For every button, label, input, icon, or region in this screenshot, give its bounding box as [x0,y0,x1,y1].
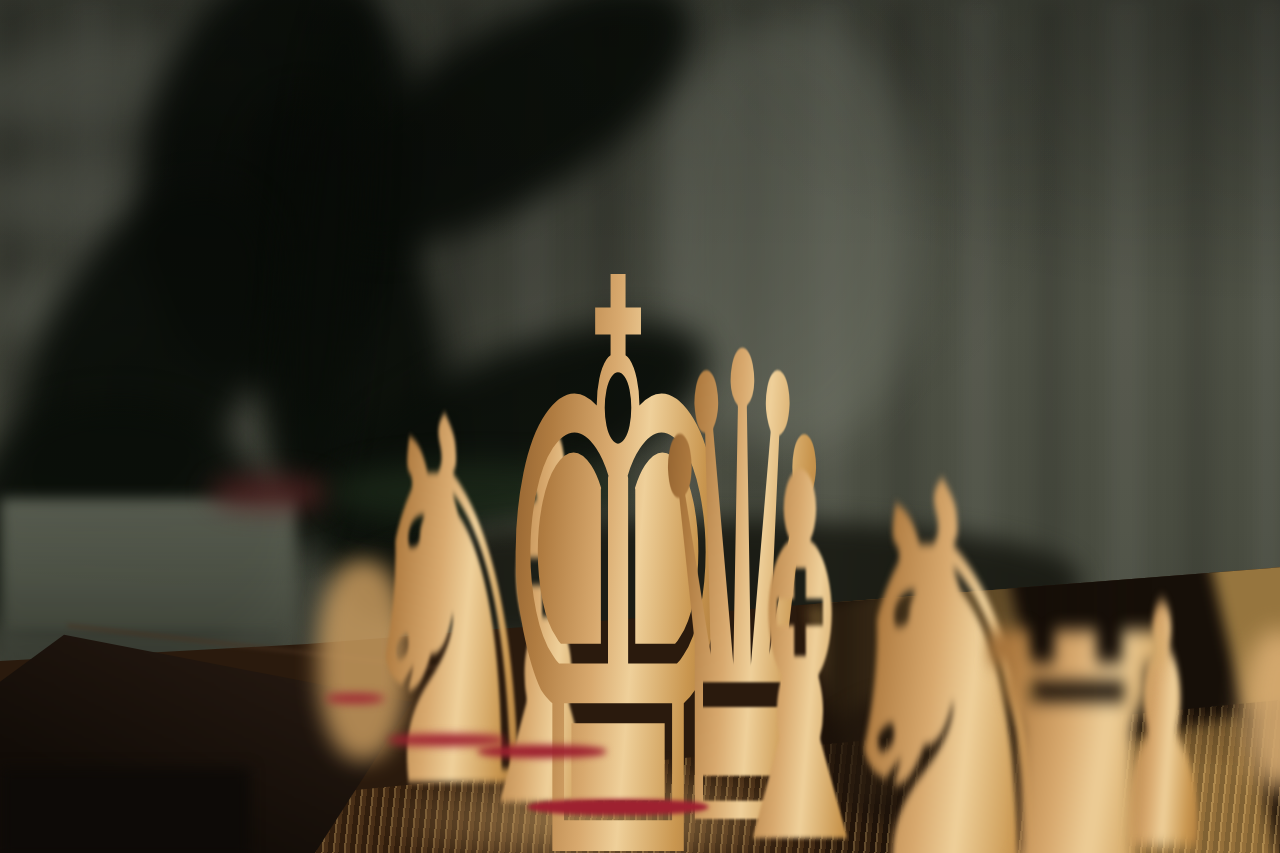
left-piece-felt [326,694,384,703]
far-right-piece [1244,630,1280,790]
chess-photo: ♞♝♚♛♝♞♟♜ [0,0,1280,853]
knight-g1-felt [388,734,506,746]
pieces-layer: ♞♝♚♛♝♞♟♜ [0,0,1280,853]
king-felt [528,799,708,815]
chess-piece-rook-a1: ♜ [937,580,1215,853]
bishop-f1-felt [478,745,606,758]
